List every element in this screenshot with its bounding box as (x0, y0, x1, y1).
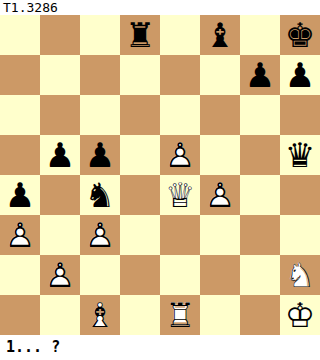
square-h1[interactable]: ♚♔ (280, 295, 320, 335)
square-e6[interactable] (160, 95, 200, 135)
square-d8[interactable]: ♜ (120, 15, 160, 55)
black-king: ♚ (280, 15, 320, 55)
square-b2[interactable]: ♟♙ (40, 255, 80, 295)
square-h6[interactable] (280, 95, 320, 135)
square-g1[interactable] (240, 295, 280, 335)
white-bishop: ♝♗ (80, 295, 120, 335)
square-c3[interactable]: ♟♙ (80, 215, 120, 255)
white-knight-outline: ♘ (280, 255, 320, 295)
black-knight-glyph: ♞ (80, 175, 120, 215)
square-d4[interactable] (120, 175, 160, 215)
black-pawn: ♟ (280, 55, 320, 95)
square-f2[interactable] (200, 255, 240, 295)
square-e4[interactable]: ♛♕ (160, 175, 200, 215)
square-d2[interactable] (120, 255, 160, 295)
white-pawn-outline: ♙ (0, 215, 40, 255)
black-rook: ♜ (120, 15, 160, 55)
black-bishop-glyph: ♝ (200, 15, 240, 55)
white-pawn: ♟♙ (80, 215, 120, 255)
square-f4[interactable]: ♟♙ (200, 175, 240, 215)
black-pawn: ♟ (40, 135, 80, 175)
square-c4[interactable]: ♞ (80, 175, 120, 215)
white-queen: ♛♕ (160, 175, 200, 215)
black-queen-glyph: ♛ (280, 135, 320, 175)
square-b7[interactable] (40, 55, 80, 95)
square-b4[interactable] (40, 175, 80, 215)
black-pawn: ♟ (0, 175, 40, 215)
square-h7[interactable]: ♟ (280, 55, 320, 95)
white-pawn-outline: ♙ (80, 215, 120, 255)
square-a8[interactable] (0, 15, 40, 55)
square-e3[interactable] (160, 215, 200, 255)
square-b5[interactable]: ♟ (40, 135, 80, 175)
square-a7[interactable] (0, 55, 40, 95)
square-c8[interactable] (80, 15, 120, 55)
square-g4[interactable] (240, 175, 280, 215)
square-g7[interactable]: ♟ (240, 55, 280, 95)
square-d3[interactable] (120, 215, 160, 255)
square-h3[interactable] (280, 215, 320, 255)
chess-puzzle-page: T1.3286 ♜♝♚♟♟♟♟♟♙♛♟♞♛♕♟♙♟♙♟♙♟♙♞♘♝♗♜♖♚♔ 1… (0, 0, 320, 360)
square-g3[interactable] (240, 215, 280, 255)
black-pawn: ♟ (80, 135, 120, 175)
square-c5[interactable]: ♟ (80, 135, 120, 175)
square-f8[interactable]: ♝ (200, 15, 240, 55)
black-pawn-glyph: ♟ (0, 175, 40, 215)
black-pawn-glyph: ♟ (80, 135, 120, 175)
white-rook: ♜♖ (160, 295, 200, 335)
square-d5[interactable] (120, 135, 160, 175)
black-pawn-glyph: ♟ (240, 55, 280, 95)
white-pawn: ♟♙ (0, 215, 40, 255)
square-g6[interactable] (240, 95, 280, 135)
chess-board: ♜♝♚♟♟♟♟♟♙♛♟♞♛♕♟♙♟♙♟♙♟♙♞♘♝♗♜♖♚♔ (0, 15, 320, 335)
black-pawn: ♟ (240, 55, 280, 95)
white-pawn-outline: ♙ (40, 255, 80, 295)
square-c1[interactable]: ♝♗ (80, 295, 120, 335)
square-c2[interactable] (80, 255, 120, 295)
square-a2[interactable] (0, 255, 40, 295)
square-h5[interactable]: ♛ (280, 135, 320, 175)
white-king-outline: ♔ (280, 295, 320, 335)
square-a6[interactable] (0, 95, 40, 135)
square-a3[interactable]: ♟♙ (0, 215, 40, 255)
square-a5[interactable] (0, 135, 40, 175)
white-bishop-outline: ♗ (80, 295, 120, 335)
square-e2[interactable] (160, 255, 200, 295)
square-b1[interactable] (40, 295, 80, 335)
square-g5[interactable] (240, 135, 280, 175)
black-king-glyph: ♚ (280, 15, 320, 55)
square-d7[interactable] (120, 55, 160, 95)
black-queen: ♛ (280, 135, 320, 175)
white-pawn-outline: ♙ (200, 175, 240, 215)
square-f5[interactable] (200, 135, 240, 175)
white-king: ♚♔ (280, 295, 320, 335)
black-knight: ♞ (80, 175, 120, 215)
square-f6[interactable] (200, 95, 240, 135)
square-f1[interactable] (200, 295, 240, 335)
square-g2[interactable] (240, 255, 280, 295)
square-e1[interactable]: ♜♖ (160, 295, 200, 335)
square-c6[interactable] (80, 95, 120, 135)
white-rook-outline: ♖ (160, 295, 200, 335)
black-pawn-glyph: ♟ (40, 135, 80, 175)
square-c7[interactable] (80, 55, 120, 95)
square-h8[interactable]: ♚ (280, 15, 320, 55)
square-h2[interactable]: ♞♘ (280, 255, 320, 295)
square-a1[interactable] (0, 295, 40, 335)
white-pawn-outline: ♙ (160, 135, 200, 175)
white-queen-outline: ♕ (160, 175, 200, 215)
square-f3[interactable] (200, 215, 240, 255)
black-rook-glyph: ♜ (120, 15, 160, 55)
square-b3[interactable] (40, 215, 80, 255)
square-h4[interactable] (280, 175, 320, 215)
white-pawn: ♟♙ (40, 255, 80, 295)
puzzle-title: T1.3286 (0, 0, 320, 15)
square-e8[interactable] (160, 15, 200, 55)
move-prompt: 1... ? (0, 335, 320, 360)
white-knight: ♞♘ (280, 255, 320, 295)
square-e5[interactable]: ♟♙ (160, 135, 200, 175)
square-d6[interactable] (120, 95, 160, 135)
square-b8[interactable] (40, 15, 80, 55)
white-pawn: ♟♙ (200, 175, 240, 215)
square-a4[interactable]: ♟ (0, 175, 40, 215)
black-bishop: ♝ (200, 15, 240, 55)
white-pawn: ♟♙ (160, 135, 200, 175)
square-b6[interactable] (40, 95, 80, 135)
square-e7[interactable] (160, 55, 200, 95)
black-pawn-glyph: ♟ (280, 55, 320, 95)
square-g8[interactable] (240, 15, 280, 55)
square-f7[interactable] (200, 55, 240, 95)
square-d1[interactable] (120, 295, 160, 335)
